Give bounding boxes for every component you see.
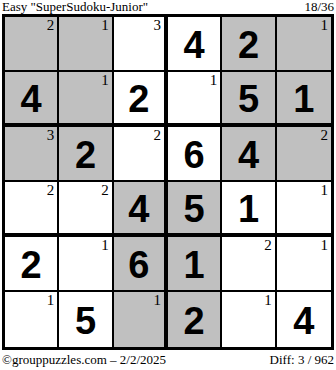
given-value: 1 [184, 246, 205, 284]
cell-r1c2[interactable]: 1 [59, 17, 113, 72]
sudoku-grid: 213421412151322642224511216121151214 [2, 14, 334, 350]
cell-r6c4[interactable]: 2 [168, 292, 222, 347]
cell-r2c5[interactable]: 5 [222, 72, 276, 127]
corner-mark: 2 [153, 127, 161, 144]
cell-r4c5[interactable]: 1 [222, 182, 276, 237]
header-bar: Easy "SuperSudoku-Junior" 18/36 [0, 0, 336, 14]
cell-r3c4[interactable]: 6 [168, 127, 222, 182]
given-value: 4 [184, 26, 205, 64]
corner-mark: 3 [47, 127, 55, 144]
cell-r1c5[interactable]: 2 [222, 17, 276, 72]
cell-r3c6[interactable]: 2 [277, 127, 331, 182]
cell-r4c6[interactable]: 1 [277, 182, 331, 237]
cell-r5c3[interactable]: 6 [114, 237, 168, 292]
corner-mark: 3 [153, 17, 161, 34]
given-value: 2 [75, 136, 96, 174]
cell-r4c4[interactable]: 5 [168, 182, 222, 237]
cell-r2c6[interactable]: 1 [277, 72, 331, 127]
corner-mark: 1 [320, 17, 328, 34]
corner-mark: 1 [101, 72, 109, 89]
givens-progress: 18/36 [304, 0, 334, 14]
corner-mark: 1 [47, 292, 55, 309]
puzzle-title: Easy "SuperSudoku-Junior" [2, 0, 148, 14]
cell-r2c4[interactable]: 1 [168, 72, 222, 127]
cell-r5c1[interactable]: 2 [5, 237, 59, 292]
corner-mark: 1 [153, 292, 161, 309]
given-value: 2 [21, 246, 42, 284]
cell-r3c5[interactable]: 4 [222, 127, 276, 182]
given-value: 4 [128, 190, 149, 228]
given-value: 5 [238, 80, 259, 118]
cell-r1c4[interactable]: 4 [168, 17, 222, 72]
cell-r6c5[interactable]: 1 [222, 292, 276, 347]
cell-r3c2[interactable]: 2 [59, 127, 113, 182]
given-value: 4 [293, 302, 314, 340]
cell-r5c2[interactable]: 1 [59, 237, 113, 292]
cell-r3c3[interactable]: 2 [114, 127, 168, 182]
given-value: 6 [184, 136, 205, 174]
cell-r1c6[interactable]: 1 [277, 17, 331, 72]
cell-r6c6[interactable]: 4 [277, 292, 331, 347]
cell-r2c3[interactable]: 2 [114, 72, 168, 127]
corner-mark: 2 [101, 182, 109, 199]
cell-r1c3[interactable]: 3 [114, 17, 168, 72]
corner-mark: 2 [47, 182, 55, 199]
given-value: 2 [128, 80, 149, 118]
copyright-text: ©grouppuzzles.com – 2/2/2025 [2, 353, 166, 367]
corner-mark: 1 [210, 72, 218, 89]
cell-r4c1[interactable]: 2 [5, 182, 59, 237]
cell-r5c6[interactable]: 1 [277, 237, 331, 292]
corner-mark: 2 [320, 127, 328, 144]
given-value: 6 [128, 246, 149, 284]
given-value: 1 [238, 190, 259, 228]
corner-mark: 1 [101, 237, 109, 254]
cell-r5c5[interactable]: 2 [222, 237, 276, 292]
corner-mark: 2 [264, 237, 272, 254]
corner-mark: 1 [101, 17, 109, 34]
cell-r1c1[interactable]: 2 [5, 17, 59, 72]
cell-r2c2[interactable]: 1 [59, 72, 113, 127]
puzzle-page: Easy "SuperSudoku-Junior" 18/36 21342141… [0, 0, 336, 370]
cell-r6c2[interactable]: 5 [59, 292, 113, 347]
cell-r2c1[interactable]: 4 [5, 72, 59, 127]
footer-bar: ©grouppuzzles.com – 2/2/2025 Diff: 3 / 9… [0, 350, 336, 369]
given-value: 2 [184, 302, 205, 340]
given-value: 4 [21, 80, 42, 118]
given-value: 5 [184, 190, 205, 228]
given-value: 5 [75, 302, 96, 340]
corner-mark: 2 [47, 17, 55, 34]
given-value: 4 [238, 136, 259, 174]
given-value: 1 [293, 80, 314, 118]
cell-r4c3[interactable]: 4 [114, 182, 168, 237]
cell-r6c1[interactable]: 1 [5, 292, 59, 347]
corner-mark: 1 [264, 292, 272, 309]
given-value: 2 [238, 26, 259, 64]
cell-r6c3[interactable]: 1 [114, 292, 168, 347]
cell-r5c4[interactable]: 1 [168, 237, 222, 292]
cell-r4c2[interactable]: 2 [59, 182, 113, 237]
corner-mark: 1 [320, 182, 328, 199]
difficulty-text: Diff: 3 / 962 [270, 353, 334, 367]
corner-mark: 1 [320, 237, 328, 254]
cell-r3c1[interactable]: 3 [5, 127, 59, 182]
